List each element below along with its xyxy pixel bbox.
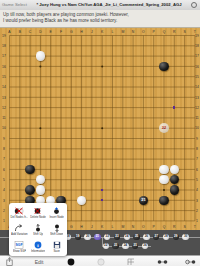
svg-text:O: O <box>142 30 145 34</box>
svg-text:17: 17 <box>195 54 199 58</box>
black-stone-C6 <box>25 165 35 175</box>
svg-text:D: D <box>39 30 42 34</box>
popup-item-label: Show SGF <box>13 249 27 253</box>
share-button[interactable] <box>3 256 15 266</box>
tree-node-30[interactable]: 30 <box>182 234 188 240</box>
svg-text:19: 19 <box>2 34 6 38</box>
edit-button[interactable]: Edit <box>30 256 48 266</box>
svg-text:E: E <box>50 30 53 34</box>
delete-node-icon <box>33 207 42 215</box>
svg-text:B: B <box>19 30 22 34</box>
svg-text:C: C <box>29 30 32 34</box>
white-stone-icon <box>97 258 105 266</box>
svg-text:T: T <box>194 225 196 229</box>
variation-marker-K4 <box>101 189 103 191</box>
svg-text:9: 9 <box>3 137 5 141</box>
svg-text:6: 6 <box>3 168 5 172</box>
svg-text:18: 18 <box>2 44 6 48</box>
share-icon <box>6 257 13 266</box>
tree-node-28[interactable]: 28 <box>163 234 169 240</box>
popup-item-information[interactable]: iInformation <box>29 238 48 255</box>
tree-node-selected-21[interactable]: 21 <box>94 234 100 240</box>
linked-nodes-button-1[interactable] <box>154 256 170 266</box>
svg-text:M: M <box>121 225 124 229</box>
svg-text:14: 14 <box>195 85 199 89</box>
svg-text:13: 13 <box>195 96 199 100</box>
white-stone-D4 <box>36 185 46 195</box>
tree-node-25[interactable]: 25 <box>132 243 138 249</box>
svg-text:15: 15 <box>2 75 6 79</box>
svg-text:Q: Q <box>163 30 166 34</box>
svg-text:3: 3 <box>3 199 5 203</box>
popup-item-label: Shift Down <box>50 232 64 236</box>
svg-text:H: H <box>80 30 83 34</box>
black-stone-R4 <box>170 185 180 195</box>
show-sgf-icon: SGF <box>14 241 24 249</box>
tree-node-25[interactable]: 25 <box>133 234 139 240</box>
variation-marker-R12 <box>173 106 175 108</box>
svg-text:M: M <box>121 30 124 34</box>
black-stone-icon <box>67 258 75 266</box>
tree-node-20[interactable]: 20 <box>84 234 90 240</box>
tree-node-22[interactable]: 22 <box>103 243 109 249</box>
bottom-toolbar: Edit <box>0 255 200 266</box>
svg-text:15: 15 <box>195 75 199 79</box>
popup-item-delete-node[interactable]: Delete Node <box>29 204 48 221</box>
popup-item-label: Delete Node <box>30 215 46 219</box>
comment-area: Up till now, both players are playing co… <box>0 10 200 28</box>
tree-node-23[interactable]: 23 <box>114 234 120 240</box>
svg-text:P: P <box>153 30 156 34</box>
linked-nodes-icon-2 <box>185 259 196 265</box>
svg-text:4: 4 <box>3 188 5 192</box>
popup-item-label: Add Variation <box>11 232 28 236</box>
svg-text:18: 18 <box>195 44 199 48</box>
svg-text:2: 2 <box>196 209 198 213</box>
white-stone-Q6 <box>159 165 169 175</box>
svg-text:8: 8 <box>3 147 5 151</box>
tree-node-27[interactable]: 27 <box>153 234 159 240</box>
svg-text:L: L <box>112 30 114 34</box>
svg-text:1: 1 <box>3 219 5 223</box>
tree-node-24[interactable]: 24 <box>124 234 130 240</box>
svg-text:G: G <box>70 30 73 34</box>
popup-item-label: Information <box>31 249 45 253</box>
popup-item-del-nodes-fr[interactable]: Del Nodes fr... <box>10 204 29 221</box>
shift-up-icon <box>34 224 42 232</box>
svg-text:R: R <box>173 30 176 34</box>
variation-marker-K3 <box>101 199 103 201</box>
svg-text:4: 4 <box>196 188 198 192</box>
save-icon <box>53 241 61 249</box>
popup-item-shift-down[interactable]: Shift Down <box>47 221 66 238</box>
popup-item-add-variation[interactable]: Add Variation <box>10 221 29 238</box>
ghost-white-stone-Q10: 22 <box>159 123 169 133</box>
svg-text:F: F <box>60 30 62 34</box>
game-title: * Joey Hung vs Nam ChiYun AGA_Jie_Li_Com… <box>32 2 186 7</box>
svg-text:9: 9 <box>196 137 198 141</box>
svg-text:H: H <box>80 225 83 229</box>
svg-text:K: K <box>101 30 104 34</box>
svg-text:12: 12 <box>2 106 6 110</box>
tree-node-26[interactable]: 26 <box>143 234 149 240</box>
svg-text:11: 11 <box>195 116 199 120</box>
svg-text:19: 19 <box>195 34 199 38</box>
svg-text:A: A <box>8 30 11 34</box>
svg-text:12: 12 <box>195 106 199 110</box>
insert-node-icon <box>52 207 61 215</box>
white-stone-D17 <box>36 51 46 61</box>
svg-text:17: 17 <box>2 54 6 58</box>
svg-text:L: L <box>112 225 114 229</box>
go-board[interactable]: AA1919BB1818CC1717DD1616EE1515FF1414GG13… <box>0 28 200 230</box>
linked-nodes-icon-1 <box>157 259 168 265</box>
svg-text:16: 16 <box>2 65 6 69</box>
shift-down-icon <box>53 224 61 232</box>
svg-text:3: 3 <box>196 199 198 203</box>
black-stone-Q3 <box>159 196 169 206</box>
svg-text:1: 1 <box>196 219 198 223</box>
tree-node-19[interactable]: 19 <box>75 234 81 240</box>
svg-text:N: N <box>132 225 135 229</box>
svg-text:K: K <box>101 225 104 229</box>
svg-text:J: J <box>91 30 93 34</box>
svg-text:N: N <box>132 30 135 34</box>
popup-item-save[interactable]: Save <box>47 238 66 255</box>
svg-text:Q: Q <box>163 225 166 229</box>
comment-line-2: I would prefer being Black as he has mor… <box>3 18 200 24</box>
svg-text:14: 14 <box>2 85 6 89</box>
tree-node-29[interactable]: 29 <box>173 234 179 240</box>
black-stone-button[interactable] <box>64 256 78 266</box>
svg-text:11: 11 <box>2 116 6 120</box>
board-view-button[interactable] <box>124 256 138 266</box>
svg-text:10: 10 <box>2 126 6 130</box>
linked-nodes-button-2[interactable] <box>182 256 198 266</box>
svg-text:6: 6 <box>196 168 198 172</box>
svg-text:7: 7 <box>196 157 198 161</box>
tree-node-23[interactable]: 23 <box>112 243 118 249</box>
svg-text:G: G <box>70 225 73 229</box>
popup-item-label: Del Nodes fr... <box>10 215 28 219</box>
svg-text:S: S <box>183 30 186 34</box>
information-icon: i <box>34 241 42 249</box>
svg-text:2: 2 <box>3 209 5 213</box>
popup-item-label: Save <box>53 249 59 253</box>
tree-node-24[interactable]: 24 <box>122 243 128 249</box>
svg-text:5: 5 <box>3 178 5 182</box>
svg-text:T: T <box>194 30 196 34</box>
svg-text:SGF: SGF <box>16 243 23 247</box>
svg-text:16: 16 <box>195 65 199 69</box>
popup-item-label: Shift Up <box>33 232 43 236</box>
popup-item-shift-up[interactable]: Shift Up <box>29 221 48 238</box>
del-nodes-icon <box>14 207 24 215</box>
move-number-label: 21 <box>141 198 145 202</box>
svg-text:5: 5 <box>196 178 198 182</box>
white-stone-button[interactable] <box>94 256 108 266</box>
popup-item-label: Insert Node <box>49 215 63 219</box>
svg-text:13: 13 <box>2 96 6 100</box>
popup-item-insert-node[interactable]: Insert Node <box>47 204 66 221</box>
board-grid-icon <box>127 258 135 266</box>
svg-text:S: S <box>183 225 186 229</box>
move-number-label: 22 <box>162 126 166 130</box>
svg-text:7: 7 <box>3 157 5 161</box>
popup-item-show-sgf[interactable]: SGFShow SGF <box>10 238 29 255</box>
svg-text:R: R <box>173 225 176 229</box>
game-select-button[interactable]: Game Select <box>2 2 27 7</box>
tree-node-26[interactable]: 26 <box>142 243 148 249</box>
svg-text:P: P <box>153 225 156 229</box>
circle-icon[interactable] <box>191 2 197 8</box>
svg-text:8: 8 <box>196 147 198 151</box>
add-variation-icon <box>14 224 24 232</box>
black-stone-C4 <box>25 185 35 195</box>
black-stone-Q16 <box>159 62 169 72</box>
edit-popup-menu: Del Nodes fr...Delete NodeInsert NodeAdd… <box>9 203 67 256</box>
svg-text:J: J <box>91 225 93 229</box>
svg-text:O: O <box>142 225 145 229</box>
tree-node-22[interactable]: 22 <box>104 234 110 240</box>
svg-text:10: 10 <box>195 126 199 130</box>
